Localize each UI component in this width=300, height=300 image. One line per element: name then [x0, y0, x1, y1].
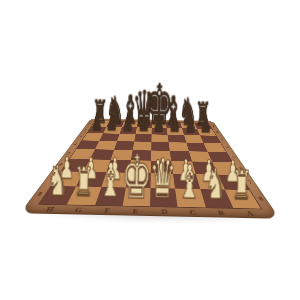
file-label: F — [91, 206, 122, 216]
square[interactable] — [114, 141, 134, 150]
square[interactable] — [150, 188, 178, 207]
file-label: B — [206, 208, 238, 218]
file-label: E — [121, 206, 150, 216]
file-label: F — [124, 119, 139, 121]
board-squares — [39, 121, 260, 209]
square[interactable] — [151, 150, 171, 161]
square[interactable] — [151, 161, 173, 174]
square[interactable] — [122, 187, 150, 206]
product-photo-stage: HGFEDCBA HGFEDCBA 12345678 12345678 ♜♞♝♛… — [0, 0, 300, 300]
square[interactable] — [128, 160, 151, 173]
square[interactable] — [95, 187, 126, 206]
board-tilt-wrapper: HGFEDCBA HGFEDCBA 12345678 12345678 ♜♞♝♛… — [0, 0, 300, 300]
file-label: D — [152, 120, 166, 122]
square[interactable] — [131, 150, 152, 161]
board-border: HGFEDCBA HGFEDCBA 12345678 12345678 — [20, 118, 280, 218]
square[interactable] — [126, 173, 151, 188]
file-label: C — [166, 120, 180, 122]
square[interactable] — [150, 173, 175, 188]
file-label: B — [179, 120, 194, 122]
chess-board: HGFEDCBA HGFEDCBA 12345678 12345678 — [20, 118, 280, 218]
file-label: A — [233, 209, 266, 219]
square[interactable] — [110, 150, 132, 161]
square[interactable] — [101, 172, 128, 187]
file-label: G — [62, 205, 94, 215]
square[interactable] — [106, 160, 131, 173]
file-label: G — [109, 119, 124, 121]
square[interactable] — [151, 142, 170, 151]
file-label: C — [178, 208, 209, 218]
file-label: A — [193, 121, 208, 123]
file-label: E — [138, 120, 152, 122]
file-label: D — [150, 207, 179, 217]
square[interactable] — [133, 141, 152, 150]
